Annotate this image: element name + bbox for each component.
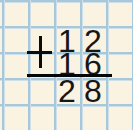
plus-horizontal-stroke bbox=[27, 51, 52, 54]
plus-operator-label: + bbox=[27, 35, 28, 36]
sum-line bbox=[27, 74, 112, 77]
cell-sum-ones: 8 bbox=[80, 78, 106, 104]
cell-sum-tens: 2 bbox=[54, 78, 80, 104]
plus-operator-icon: + bbox=[27, 35, 53, 69]
addition-grid: 1 2 1 6 2 8 bbox=[2, 0, 132, 130]
graph-paper-board: 1 2 1 6 2 8 + bbox=[0, 0, 133, 130]
